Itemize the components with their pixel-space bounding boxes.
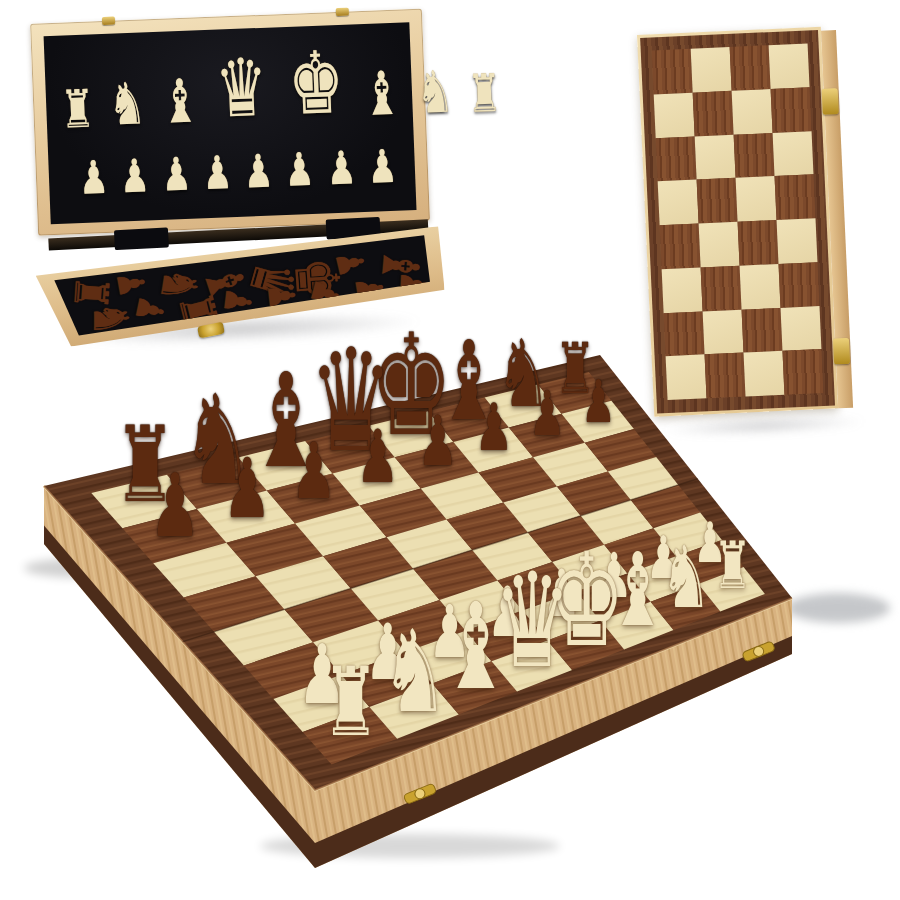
folded-board-grid: [652, 43, 824, 400]
folded-square: [742, 307, 783, 352]
folded-square: [660, 224, 701, 269]
stored-white-n: ♞: [107, 74, 147, 133]
folded-square: [658, 180, 699, 225]
stored-white-q: ♛: [215, 48, 270, 130]
folded-square: [771, 87, 812, 132]
folded-board-shadow: [661, 413, 868, 438]
stored-white-pawn: ♟: [243, 148, 274, 195]
folded-square: [744, 351, 785, 396]
folded-square: [654, 92, 695, 137]
folded-square: [652, 49, 693, 94]
folded-square: [773, 131, 814, 176]
stored-white-n: ♞: [415, 63, 455, 122]
folded-square: [734, 133, 775, 178]
stored-white-r: ♜: [60, 82, 96, 135]
stored-white-pawn: ♟: [202, 149, 233, 196]
folded-square: [693, 91, 734, 136]
stored-white-b: ♝: [362, 63, 403, 124]
folded-square: [738, 220, 779, 265]
piece-dark-pawn: ♟: [288, 433, 339, 511]
stored-white-r: ♜: [467, 67, 503, 120]
folded-board-face: [637, 27, 838, 417]
piece-white-rook: ♜: [711, 534, 754, 599]
folded-square: [777, 218, 818, 263]
box-lid: ♜♞♝♛♚♝♞♜ ♟♟♟♟♟♟♟♟: [30, 9, 430, 236]
folded-board: [637, 17, 872, 444]
piece-dark-pawn: ♟: [146, 462, 204, 550]
piece-dark-pawn: ♟: [472, 395, 515, 461]
chess-set-product-photo: ♜♞♝♟♚♟♛♟♟♝♟♞♟♜♟♟♟♟♜♟♞♟♝♟♚♟♛♟♝♟♞♜ ♜♞♝♛♚♝♞…: [0, 0, 900, 900]
brass-hinge-icon: [822, 88, 839, 115]
piece-dark-pawn: ♟: [353, 420, 401, 493]
folded-square: [730, 45, 771, 90]
piece-white-knight: ♞: [377, 616, 452, 729]
brass-hinge-icon: [833, 338, 850, 365]
stored-white-pawn-row: ♟♟♟♟♟♟♟♟: [71, 125, 391, 201]
folded-square: [666, 355, 707, 400]
folded-square: [664, 311, 705, 356]
folded-square: [699, 222, 740, 267]
lid-felt: ♜♞♝♛♚♝♞♜ ♟♟♟♟♟♟♟♟: [44, 22, 417, 224]
folded-square: [769, 43, 810, 88]
stored-white-pawn: ♟: [366, 143, 397, 190]
stored-white-k: ♚: [287, 39, 346, 127]
folded-square: [736, 176, 777, 221]
folded-square: [656, 136, 697, 181]
piece-dark-pawn: ♟: [527, 383, 568, 445]
base-felt: ♜♟♞♝♛♚♟♝♞♟♜♟♟♟♟♟: [34, 226, 446, 348]
stored-white-pawn: ♟: [284, 146, 315, 193]
stored-white-major-row: ♜♞♝♛♚♝♞♜: [52, 23, 406, 136]
loose-dark-p: ♟: [329, 247, 370, 280]
folded-square: [732, 89, 773, 134]
piece-dark-pawn: ♟: [579, 372, 618, 431]
brass-knob-icon: [102, 17, 115, 25]
folded-square: [662, 267, 703, 312]
box-base: ♜♟♞♝♛♚♟♝♞♟♜♟♟♟♟♟: [34, 226, 446, 348]
stored-white-pawn: ♟: [160, 151, 191, 198]
folded-square: [701, 265, 742, 310]
folded-square: [780, 306, 821, 351]
folded-square: [695, 134, 736, 179]
piece-dark-pawn: ♟: [220, 447, 274, 530]
stored-white-pawn: ♟: [78, 154, 109, 201]
folded-square: [775, 174, 816, 219]
folded-square: [782, 349, 823, 394]
storage-box: ♜♞♝♛♚♝♞♜ ♟♟♟♟♟♟♟♟ ♜♟♞♝♛♚♟♝♞♟♜♟♟♟♟♟: [24, 0, 448, 348]
folded-square: [705, 353, 746, 398]
stored-white-pawn: ♟: [325, 144, 356, 191]
piece-dark-pawn: ♟: [414, 407, 460, 476]
folded-square: [697, 178, 738, 223]
stored-white-pawn: ♟: [119, 152, 150, 199]
brass-knob-icon: [336, 8, 349, 16]
folded-square: [691, 47, 732, 92]
stored-white-b: ♝: [159, 70, 200, 131]
folded-square: [779, 262, 820, 307]
folded-square: [740, 264, 781, 309]
folded-square: [703, 309, 744, 354]
piece-white-rook: ♜: [319, 655, 382, 751]
